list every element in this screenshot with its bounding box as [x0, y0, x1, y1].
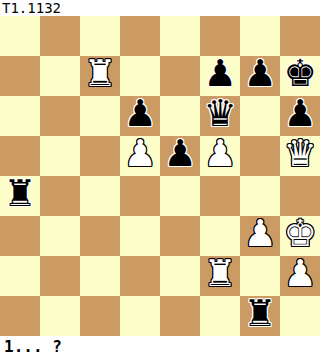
- square-e3[interactable]: [160, 216, 200, 256]
- square-g7[interactable]: ♟: [240, 56, 280, 96]
- square-a4[interactable]: ♜: [0, 176, 40, 216]
- piece-black-king[interactable]: ♚: [283, 56, 316, 94]
- square-g6[interactable]: [240, 96, 280, 136]
- square-c7[interactable]: ♜: [80, 56, 120, 96]
- square-d7[interactable]: [120, 56, 160, 96]
- square-a6[interactable]: [0, 96, 40, 136]
- square-c8[interactable]: [80, 16, 120, 56]
- square-f5[interactable]: ♟: [200, 136, 240, 176]
- move-prompt: 1... ?: [0, 336, 320, 360]
- square-d6[interactable]: ♟: [120, 96, 160, 136]
- square-g8[interactable]: [240, 16, 280, 56]
- piece-white-pawn[interactable]: ♟: [123, 136, 156, 174]
- square-e7[interactable]: [160, 56, 200, 96]
- square-h1[interactable]: [280, 296, 320, 336]
- piece-black-pawn[interactable]: ♟: [243, 56, 276, 94]
- square-g3[interactable]: ♟: [240, 216, 280, 256]
- square-b2[interactable]: [40, 256, 80, 296]
- piece-white-rook[interactable]: ♜: [83, 56, 116, 94]
- square-g5[interactable]: [240, 136, 280, 176]
- piece-white-rook[interactable]: ♜: [203, 256, 236, 294]
- square-b6[interactable]: [40, 96, 80, 136]
- square-b3[interactable]: [40, 216, 80, 256]
- square-b8[interactable]: [40, 16, 80, 56]
- square-f1[interactable]: [200, 296, 240, 336]
- square-f4[interactable]: [200, 176, 240, 216]
- square-b7[interactable]: [40, 56, 80, 96]
- square-c5[interactable]: [80, 136, 120, 176]
- piece-black-rook[interactable]: ♜: [3, 176, 36, 214]
- square-h4[interactable]: [280, 176, 320, 216]
- square-c6[interactable]: [80, 96, 120, 136]
- square-b4[interactable]: [40, 176, 80, 216]
- square-f2[interactable]: ♜: [200, 256, 240, 296]
- square-a2[interactable]: [0, 256, 40, 296]
- square-e6[interactable]: [160, 96, 200, 136]
- piece-black-pawn[interactable]: ♟: [163, 136, 196, 174]
- piece-black-queen[interactable]: ♛: [203, 96, 236, 134]
- piece-black-rook[interactable]: ♜: [243, 296, 276, 334]
- piece-white-queen[interactable]: ♛: [283, 136, 316, 174]
- square-b5[interactable]: [40, 136, 80, 176]
- square-d5[interactable]: ♟: [120, 136, 160, 176]
- puzzle-id-title: T1.1132: [0, 0, 320, 16]
- square-g2[interactable]: [240, 256, 280, 296]
- piece-white-king[interactable]: ♚: [283, 216, 316, 254]
- square-g4[interactable]: [240, 176, 280, 216]
- piece-black-pawn[interactable]: ♟: [203, 56, 236, 94]
- square-f6[interactable]: ♛: [200, 96, 240, 136]
- square-h3[interactable]: ♚: [280, 216, 320, 256]
- square-e1[interactable]: [160, 296, 200, 336]
- chess-board: ♜♟♟♚♟♛♟♟♟♟♛♜♟♚♜♟♜: [0, 16, 320, 336]
- square-d3[interactable]: [120, 216, 160, 256]
- square-e8[interactable]: [160, 16, 200, 56]
- square-g1[interactable]: ♜: [240, 296, 280, 336]
- square-d4[interactable]: [120, 176, 160, 216]
- square-f7[interactable]: ♟: [200, 56, 240, 96]
- square-d2[interactable]: [120, 256, 160, 296]
- piece-white-pawn[interactable]: ♟: [283, 256, 316, 294]
- square-e2[interactable]: [160, 256, 200, 296]
- square-h7[interactable]: ♚: [280, 56, 320, 96]
- square-h6[interactable]: ♟: [280, 96, 320, 136]
- square-h2[interactable]: ♟: [280, 256, 320, 296]
- square-d8[interactable]: [120, 16, 160, 56]
- square-f3[interactable]: [200, 216, 240, 256]
- piece-black-pawn[interactable]: ♟: [283, 96, 316, 134]
- square-f8[interactable]: [200, 16, 240, 56]
- square-c3[interactable]: [80, 216, 120, 256]
- square-d1[interactable]: [120, 296, 160, 336]
- square-a7[interactable]: [0, 56, 40, 96]
- square-a5[interactable]: [0, 136, 40, 176]
- square-h5[interactable]: ♛: [280, 136, 320, 176]
- chess-puzzle-window: T1.1132 ♜♟♟♚♟♛♟♟♟♟♛♜♟♚♜♟♜ 1... ?: [0, 0, 320, 360]
- square-a1[interactable]: [0, 296, 40, 336]
- square-a8[interactable]: [0, 16, 40, 56]
- square-c2[interactable]: [80, 256, 120, 296]
- square-c4[interactable]: [80, 176, 120, 216]
- square-e5[interactable]: ♟: [160, 136, 200, 176]
- square-h8[interactable]: [280, 16, 320, 56]
- square-e4[interactable]: [160, 176, 200, 216]
- piece-black-pawn[interactable]: ♟: [123, 96, 156, 134]
- square-a3[interactable]: [0, 216, 40, 256]
- piece-white-pawn[interactable]: ♟: [203, 136, 236, 174]
- piece-white-pawn[interactable]: ♟: [243, 216, 276, 254]
- square-c1[interactable]: [80, 296, 120, 336]
- square-b1[interactable]: [40, 296, 80, 336]
